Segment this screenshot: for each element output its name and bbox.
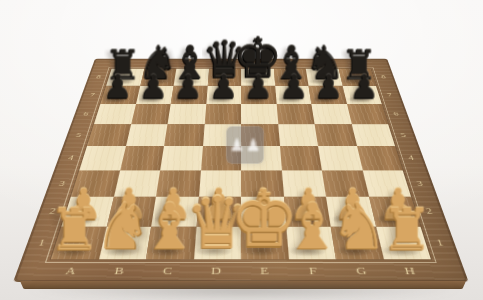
piece-black-pawn[interactable]: ♟ [349, 71, 378, 104]
file-label-d: D [211, 265, 223, 276]
square-e6[interactable] [241, 104, 278, 124]
square-g6[interactable] [311, 104, 351, 124]
rank-label-right-7: 7 [386, 92, 392, 97]
square-a7[interactable]: ♟ [100, 86, 140, 104]
square-c7[interactable]: ♟ [171, 86, 208, 104]
rank-label-left-1: 1 [37, 238, 46, 247]
square-a4[interactable] [79, 146, 125, 170]
rank-label-left-8: 8 [96, 75, 102, 80]
piece-white-knight[interactable]: ♞ [331, 194, 388, 258]
square-h1[interactable]: ♜ [376, 226, 431, 259]
square-e7[interactable]: ♟ [241, 86, 276, 104]
square-e1[interactable]: ♚ [241, 226, 288, 259]
square-c6[interactable] [168, 104, 206, 124]
rank-label-right-8: 8 [381, 75, 387, 80]
square-h6[interactable] [347, 104, 389, 124]
piece-black-pawn[interactable]: ♟ [103, 71, 132, 104]
piece-black-pawn[interactable]: ♟ [279, 71, 308, 104]
square-g4[interactable] [318, 146, 362, 170]
chessboard-photo: ♜♞♝♛♚♝♞♜♟♟♟♟♟♟♟♟♟♟♟♟♟♟♟♟♜♞♝♛♚♝♞♜ ABCDEFG… [0, 0, 483, 300]
square-d6[interactable] [204, 104, 241, 124]
file-label-b: B [114, 265, 127, 276]
square-g1[interactable]: ♞ [331, 226, 384, 259]
square-h5[interactable] [351, 124, 395, 146]
file-label-f: F [308, 265, 318, 276]
rank-label-right-1: 1 [435, 238, 444, 247]
rank-label-right-6: 6 [393, 111, 400, 117]
piece-black-pawn[interactable]: ♟ [314, 71, 343, 104]
file-label-h: H [403, 265, 417, 276]
square-c4[interactable] [160, 146, 202, 170]
square-f1[interactable]: ♝ [286, 226, 336, 259]
rank-label-right-5: 5 [400, 132, 407, 138]
square-g7[interactable]: ♟ [308, 86, 346, 104]
playing-field: ♜♞♝♛♚♝♞♜♟♟♟♟♟♟♟♟♟♟♟♟♟♟♟♟♜♞♝♛♚♝♞♜ [51, 69, 431, 260]
file-label-e: E [260, 265, 270, 276]
square-h4[interactable] [357, 146, 403, 170]
square-b4[interactable] [120, 146, 164, 170]
square-g5[interactable] [315, 124, 357, 146]
square-f6[interactable] [276, 104, 314, 124]
rank-label-left-7: 7 [89, 92, 95, 97]
chess-board: ♜♞♝♛♚♝♞♜♟♟♟♟♟♟♟♟♟♟♟♟♟♟♟♟♜♞♝♛♚♝♞♜ ABCDEFG… [13, 59, 469, 282]
photo-watermark: ♟ ♟ [227, 127, 263, 163]
file-label-a: A [64, 265, 78, 276]
square-b6[interactable] [131, 104, 171, 124]
piece-black-pawn[interactable]: ♟ [209, 71, 238, 104]
piece-white-rook[interactable]: ♜ [381, 201, 433, 259]
rank-label-left-4: 4 [67, 154, 74, 161]
square-b5[interactable] [126, 124, 168, 146]
square-f4[interactable] [280, 146, 322, 170]
piece-black-pawn[interactable]: ♟ [174, 71, 203, 104]
file-label-c: C [162, 265, 174, 276]
square-h7[interactable]: ♟ [342, 86, 382, 104]
square-d7[interactable]: ♟ [206, 86, 241, 104]
square-a5[interactable] [87, 124, 131, 146]
rank-label-right-4: 4 [407, 154, 414, 161]
piece-black-pawn[interactable]: ♟ [244, 71, 273, 104]
watermark-piece-icon: ♟ [229, 137, 244, 154]
piece-black-pawn[interactable]: ♟ [138, 71, 167, 104]
square-f5[interactable] [278, 124, 318, 146]
square-f7[interactable]: ♟ [275, 86, 312, 104]
file-label-g: G [355, 265, 368, 276]
watermark-piece-icon: ♟ [246, 137, 261, 154]
rank-label-left-6: 6 [83, 111, 90, 117]
square-a6[interactable] [94, 104, 136, 124]
square-b7[interactable]: ♟ [136, 86, 174, 104]
board-drop-shadow [28, 285, 460, 299]
square-c5[interactable] [164, 124, 204, 146]
rank-label-left-5: 5 [75, 132, 82, 138]
